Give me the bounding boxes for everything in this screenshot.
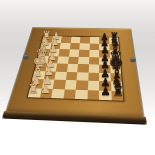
right-hinge-clasp <box>130 58 135 62</box>
piece-black-pawn-h7: ♟ <box>100 86 111 98</box>
piece-white-rook-h1: ♜ <box>28 83 39 96</box>
pieces-layer: ♜♟♟♜♞♟♟♞♝♟♟♝♛♟♟♛♚♟♟♚♝♟♟♝♞♟♟♞♜♟♟♜ <box>0 0 155 155</box>
photo-scene: ♜♟♟♜♞♟♟♞♝♟♟♝♛♟♟♛♚♟♟♚♝♟♟♝♞♟♟♞♜♟♟♜ <box>0 0 155 155</box>
left-hinge-clasp <box>23 55 28 59</box>
piece-white-pawn-h2: ♟ <box>40 84 50 96</box>
piece-black-rook-h8: ♜ <box>112 86 124 99</box>
